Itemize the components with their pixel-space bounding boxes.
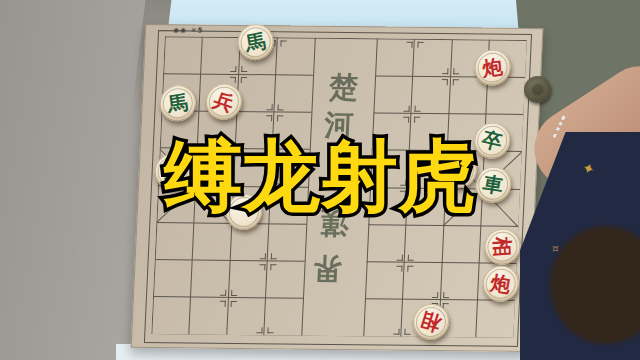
point-marker (231, 301, 237, 307)
point-marker (259, 264, 265, 270)
piece-character: 炮 (489, 272, 512, 295)
video-title-overlay: 缚龙射虎 (0, 137, 640, 215)
point-marker (220, 301, 226, 307)
point-marker (231, 290, 237, 296)
piece-character: 兵 (211, 89, 237, 114)
point-marker (414, 105, 420, 111)
captured-piece-offboard (524, 76, 551, 103)
river-char-jie: 界 (312, 248, 343, 288)
point-marker (241, 66, 247, 72)
river-char-chu: 楚 (328, 68, 359, 108)
point-marker (220, 290, 226, 296)
point-marker (241, 77, 247, 83)
point-marker (404, 329, 410, 335)
point-marker (256, 327, 262, 333)
piece-character: 馬 (166, 91, 188, 114)
point-marker (403, 116, 409, 122)
point-marker (432, 292, 438, 298)
point-marker (266, 104, 272, 110)
board-logo: ◉◉ ✕5 (173, 26, 204, 34)
point-marker (453, 79, 459, 85)
point-marker (442, 68, 448, 74)
point-marker (270, 264, 276, 270)
point-marker (453, 68, 459, 74)
point-marker (259, 253, 265, 259)
piece-character: 相 (418, 310, 443, 335)
piece-green-馬: 馬 (158, 85, 196, 121)
point-marker (277, 104, 283, 110)
point-marker (406, 42, 412, 48)
point-marker (270, 253, 276, 259)
point-marker (393, 329, 399, 335)
point-marker (277, 115, 283, 121)
point-marker (414, 116, 420, 122)
video-frame: ◉◉ ✕5 楚 河 漢 界 馬馬兵将炮卒車帥相炮相 ✦ ❁ ✦ ❀ ✧ 缚龙射虎… (0, 0, 640, 360)
point-marker (403, 105, 409, 111)
point-marker (396, 254, 402, 260)
piece-character: 相 (492, 236, 513, 257)
point-marker (442, 79, 448, 85)
piece-character: 馬 (244, 30, 267, 54)
point-marker (443, 292, 449, 298)
point-marker (396, 265, 402, 271)
point-marker (266, 115, 272, 121)
point-marker (417, 42, 423, 48)
point-marker (407, 254, 413, 260)
point-marker (230, 77, 236, 83)
point-marker (407, 265, 413, 271)
point-marker (280, 40, 286, 46)
point-marker (267, 327, 273, 333)
piece-character: 炮 (481, 57, 503, 79)
point-marker (230, 66, 236, 72)
